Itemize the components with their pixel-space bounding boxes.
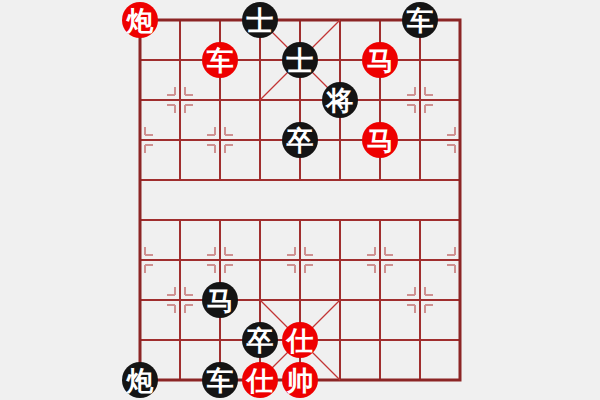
piece-black-advisor[interactable]: 士	[282, 42, 318, 78]
piece-black-chariot[interactable]: 车	[402, 2, 438, 38]
piece-red-advisor[interactable]: 仕	[242, 362, 278, 398]
piece-red-cannon[interactable]: 炮	[122, 2, 158, 38]
piece-black-general[interactable]: 将	[322, 82, 358, 118]
piece-black-chariot[interactable]: 车	[202, 362, 238, 398]
pieces-layer: 炮士车车士马将卒马马卒仕炮车仕帅	[0, 0, 600, 400]
piece-black-advisor[interactable]: 士	[242, 2, 278, 38]
piece-red-general[interactable]: 帅	[282, 362, 318, 398]
piece-red-advisor[interactable]: 仕	[282, 322, 318, 358]
piece-black-pawn[interactable]: 卒	[282, 122, 318, 158]
piece-red-horse[interactable]: 马	[362, 122, 398, 158]
piece-black-cannon[interactable]: 炮	[122, 362, 158, 398]
piece-red-chariot[interactable]: 车	[202, 42, 238, 78]
xiangqi-board: 炮士车车士马将卒马马卒仕炮车仕帅	[0, 0, 600, 400]
piece-black-pawn[interactable]: 卒	[242, 322, 278, 358]
piece-black-horse[interactable]: 马	[202, 282, 238, 318]
piece-red-horse[interactable]: 马	[362, 42, 398, 78]
